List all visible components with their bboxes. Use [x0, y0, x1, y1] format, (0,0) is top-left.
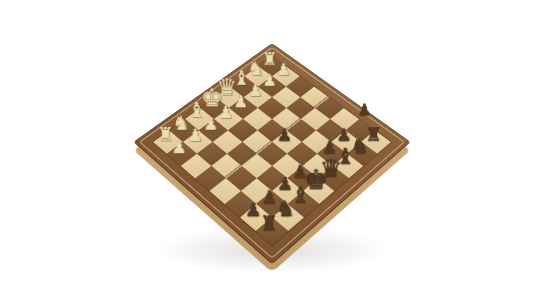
- square-g1: ♞: [169, 119, 198, 142]
- white-pawn-glyph: ♟: [203, 116, 218, 133]
- chess-set-photo: ♜♟♜♞♟♟♞♝♟♟♝♛♟♟♛♚♟♟♚♝♟♟♝♞♟♟♞♜♟♟♜ ♟: [0, 0, 540, 300]
- perspective-layer: ♜♟♜♞♟♟♞♝♟♟♝♛♟♟♛♚♟♟♚♝♟♟♝♞♟♟♞♜♟♟♜ ♟: [0, 0, 540, 300]
- black-pawn-glyph: ♟: [322, 139, 337, 156]
- square-b6: [316, 119, 345, 142]
- black-pawn-on-frame: ♟: [344, 73, 385, 118]
- square-h1: ♜: [153, 130, 183, 153]
- square-b8: ♞: [347, 142, 377, 166]
- square-a1: ♜: [258, 56, 285, 76]
- white-rook-a1: ♜: [251, 25, 289, 68]
- white-bishop-glyph: ♝: [187, 101, 205, 122]
- white-knight-glyph: ♞: [172, 113, 190, 133]
- white-rook-glyph: ♜: [262, 50, 278, 68]
- white-knight-g1: ♞: [161, 87, 202, 133]
- chess-board: ♜♟♜♞♟♟♞♝♟♟♝♛♟♟♛♚♟♟♚♝♟♟♝♞♟♟♞♜♟♟♜ ♟: [133, 43, 410, 264]
- square-f1: ♝: [185, 108, 214, 130]
- square-c6: [302, 130, 332, 153]
- square-h2: ♟: [167, 142, 197, 166]
- black-pawn-glyph: ♟: [358, 102, 372, 118]
- square-b7: ♟: [331, 130, 361, 153]
- square-a8: ♜: [361, 130, 391, 153]
- white-bishop-glyph: ♝: [232, 69, 250, 89]
- square-g2: ♟: [183, 130, 213, 153]
- board-squares: ♜♟♜♞♟♟♞♝♟♟♝♛♟♟♛♚♟♟♚♝♟♟♝♞♟♟♞♜♟♟♜: [153, 56, 391, 245]
- square-f3: [213, 130, 243, 153]
